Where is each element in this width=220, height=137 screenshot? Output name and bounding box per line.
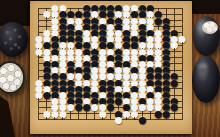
white-stones-pile	[0, 63, 23, 92]
intersection[interactable]	[83, 117, 91, 123]
go-board: ●●●●●●●●●●●●●●●●●●●●●●●●●●●●●●●●●●●●●●●●…	[30, 1, 192, 134]
dark-background-top-right	[188, 0, 220, 14]
intersection[interactable]	[75, 117, 83, 123]
intersection[interactable]: ●	[114, 117, 122, 123]
intersection[interactable]	[59, 117, 67, 123]
intersection[interactable]	[178, 117, 186, 123]
shadow-bottom-left	[0, 96, 15, 137]
intersection[interactable]	[99, 117, 107, 123]
black-stone: ●	[138, 115, 146, 125]
intersection[interactable]	[67, 117, 75, 123]
closed-stone-bowl	[192, 56, 220, 103]
intersection[interactable]	[91, 117, 99, 123]
intersection[interactable]	[130, 117, 138, 123]
intersection[interactable]	[35, 117, 43, 123]
intersection[interactable]	[170, 117, 178, 123]
right-white-stones-pile	[202, 21, 218, 34]
black-stones-pile	[0, 25, 25, 54]
intersection[interactable]	[51, 117, 59, 123]
black-stones-bowl	[0, 22, 28, 57]
intersection[interactable]	[146, 117, 154, 123]
intersection[interactable]	[107, 117, 115, 123]
white-stones-bowl	[0, 61, 25, 94]
intersection[interactable]	[43, 117, 51, 123]
right-white-stones-bowl	[193, 16, 220, 56]
board-grid: ●●●●●●●●●●●●●●●●●●●●●●●●●●●●●●●●●●●●●●●●…	[35, 5, 186, 123]
white-stone: ●	[114, 115, 122, 125]
intersection[interactable]	[162, 117, 170, 123]
intersection[interactable]	[122, 117, 130, 123]
go-game-photo-scene: ●●●●●●●●●●●●●●●●●●●●●●●●●●●●●●●●●●●●●●●●…	[0, 0, 220, 137]
intersection[interactable]	[154, 117, 162, 123]
intersection[interactable]: ●	[138, 117, 146, 123]
